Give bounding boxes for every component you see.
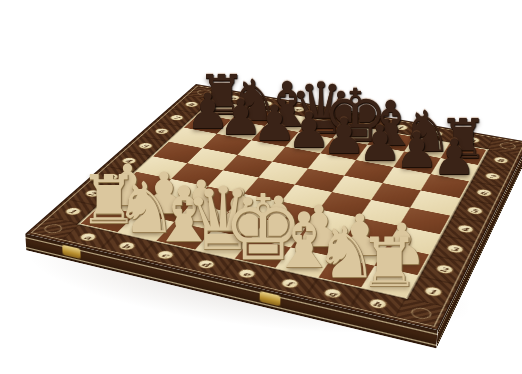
piece-black-pawn[interactable]: ♟ (432, 132, 476, 181)
coord-circle: 5 (465, 205, 484, 215)
corner-ornament (487, 136, 522, 155)
coord-circle: 3 (444, 243, 465, 254)
coord-circle: 6 (152, 127, 171, 135)
coord-circle: 8 (491, 156, 509, 165)
coord-circle: 6 (474, 188, 493, 198)
coord-circle: 5 (136, 142, 155, 150)
coord-circle: 7 (167, 114, 185, 122)
chess-set-photo: abcdefgh 87654321 87654321 abcdefgh ♜♞♝♛… (0, 0, 522, 374)
piece-white-rook[interactable]: ♜ (359, 229, 420, 297)
coord-circle: 4 (455, 224, 475, 235)
coord-circle: 7 (483, 172, 501, 181)
coord-circle: 2 (433, 263, 454, 275)
coord-circle: 1 (422, 285, 444, 298)
